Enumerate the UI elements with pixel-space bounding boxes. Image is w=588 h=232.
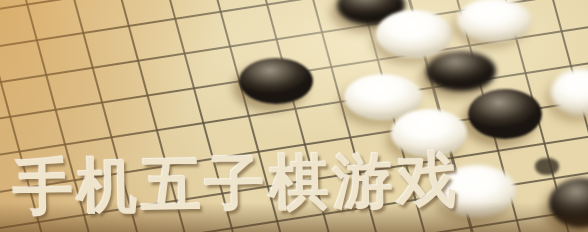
gomoku-promo-screenshot: 手机五子棋游戏 (0, 0, 588, 232)
game-title-overlay: 手机五子棋游戏 (13, 149, 462, 217)
